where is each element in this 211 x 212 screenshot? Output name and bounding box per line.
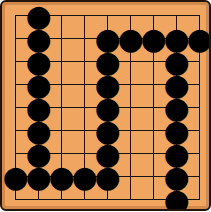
intersection-F2[interactable] xyxy=(119,165,142,188)
black-stone-E2: ● xyxy=(94,162,120,192)
intersection-G1[interactable] xyxy=(142,188,165,211)
intersection-E9[interactable] xyxy=(96,4,119,27)
intersection-B5[interactable]: ● xyxy=(27,96,50,119)
intersection-H5[interactable]: ● xyxy=(165,96,188,119)
black-stone-B4: ● xyxy=(25,116,51,146)
intersection-J1[interactable] xyxy=(188,188,211,211)
intersection-C7[interactable] xyxy=(50,50,73,73)
black-stone-H1: ● xyxy=(163,185,189,212)
intersection-D8[interactable] xyxy=(73,27,96,50)
intersection-B4[interactable]: ● xyxy=(27,119,50,142)
intersection-D7[interactable] xyxy=(73,50,96,73)
intersection-D5[interactable] xyxy=(73,96,96,119)
intersection-A5[interactable] xyxy=(4,96,27,119)
intersection-C9[interactable] xyxy=(50,4,73,27)
intersection-B6[interactable]: ● xyxy=(27,73,50,96)
intersection-G5[interactable] xyxy=(142,96,165,119)
intersection-E1[interactable] xyxy=(96,188,119,211)
black-stone-C2: ● xyxy=(48,162,74,192)
intersection-C5[interactable] xyxy=(50,96,73,119)
black-stone-H2: ● xyxy=(163,162,189,192)
intersection-F8[interactable]: ● xyxy=(119,27,142,50)
intersection-J5[interactable] xyxy=(188,96,211,119)
black-stone-B8: ● xyxy=(25,24,51,54)
intersection-C8[interactable] xyxy=(50,27,73,50)
intersection-H9[interactable] xyxy=(165,4,188,27)
black-stone-E7: ● xyxy=(94,47,120,77)
intersection-D1[interactable] xyxy=(73,188,96,211)
intersection-E2[interactable]: ● xyxy=(96,165,119,188)
intersection-E8[interactable]: ● xyxy=(96,27,119,50)
intersection-E3[interactable]: ● xyxy=(96,142,119,165)
black-stone-H3: ● xyxy=(163,139,189,169)
black-stone-E4: ● xyxy=(94,116,120,146)
black-stone-B7: ● xyxy=(25,47,51,77)
black-stone-J8: ● xyxy=(186,24,211,54)
intersection-E7[interactable]: ● xyxy=(96,50,119,73)
intersection-H7[interactable]: ● xyxy=(165,50,188,73)
go-board: ●●●●●●●●●●●●●●●●●●●●●●●●●●●●● xyxy=(0,0,211,211)
black-stone-E6: ● xyxy=(94,70,120,100)
intersection-C3[interactable] xyxy=(50,142,73,165)
intersection-G9[interactable] xyxy=(142,4,165,27)
black-stone-H6: ● xyxy=(163,70,189,100)
intersection-G7[interactable] xyxy=(142,50,165,73)
intersection-H6[interactable]: ● xyxy=(165,73,188,96)
intersection-E5[interactable]: ● xyxy=(96,96,119,119)
black-stone-D2: ● xyxy=(71,162,97,192)
intersection-C4[interactable] xyxy=(50,119,73,142)
black-stone-G8: ● xyxy=(140,24,166,54)
intersection-A3[interactable] xyxy=(4,142,27,165)
intersection-E6[interactable]: ● xyxy=(96,73,119,96)
black-stone-B6: ● xyxy=(25,70,51,100)
board-grid: ●●●●●●●●●●●●●●●●●●●●●●●●●●●●● xyxy=(4,4,211,211)
intersection-A7[interactable] xyxy=(4,50,27,73)
intersection-H2[interactable]: ● xyxy=(165,165,188,188)
intersection-G2[interactable] xyxy=(142,165,165,188)
intersection-F9[interactable] xyxy=(119,4,142,27)
intersection-A2[interactable]: ● xyxy=(4,165,27,188)
intersection-J7[interactable] xyxy=(188,50,211,73)
intersection-H3[interactable]: ● xyxy=(165,142,188,165)
intersection-J8[interactable]: ● xyxy=(188,27,211,50)
intersection-C1[interactable] xyxy=(50,188,73,211)
intersection-H1[interactable]: ● xyxy=(165,188,188,211)
intersection-G6[interactable] xyxy=(142,73,165,96)
intersection-F3[interactable] xyxy=(119,142,142,165)
black-stone-B9: ● xyxy=(25,1,51,31)
intersection-B7[interactable]: ● xyxy=(27,50,50,73)
intersection-B3[interactable]: ● xyxy=(27,142,50,165)
intersection-J2[interactable] xyxy=(188,165,211,188)
intersection-A9[interactable] xyxy=(4,4,27,27)
intersection-D9[interactable] xyxy=(73,4,96,27)
intersection-B9[interactable]: ● xyxy=(27,4,50,27)
intersection-F5[interactable] xyxy=(119,96,142,119)
intersection-D3[interactable] xyxy=(73,142,96,165)
intersection-A8[interactable] xyxy=(4,27,27,50)
intersection-F7[interactable] xyxy=(119,50,142,73)
intersection-A6[interactable] xyxy=(4,73,27,96)
black-stone-H4: ● xyxy=(163,116,189,146)
black-stone-H7: ● xyxy=(163,47,189,77)
intersection-B2[interactable]: ● xyxy=(27,165,50,188)
black-stone-E8: ● xyxy=(94,24,120,54)
intersection-C2[interactable]: ● xyxy=(50,165,73,188)
intersection-D4[interactable] xyxy=(73,119,96,142)
black-stone-B2: ● xyxy=(25,162,51,192)
intersection-J9[interactable] xyxy=(188,4,211,27)
intersection-A1[interactable] xyxy=(4,188,27,211)
intersection-J3[interactable] xyxy=(188,142,211,165)
intersection-G8[interactable]: ● xyxy=(142,27,165,50)
black-stone-B5: ● xyxy=(25,93,51,123)
black-stone-F8: ● xyxy=(117,24,143,54)
intersection-J4[interactable] xyxy=(188,119,211,142)
intersection-G3[interactable] xyxy=(142,142,165,165)
black-stone-H8: ● xyxy=(163,24,189,54)
intersection-B8[interactable]: ● xyxy=(27,27,50,50)
intersection-D2[interactable]: ● xyxy=(73,165,96,188)
black-stone-E3: ● xyxy=(94,139,120,169)
intersection-H4[interactable]: ● xyxy=(165,119,188,142)
intersection-H8[interactable]: ● xyxy=(165,27,188,50)
intersection-F1[interactable] xyxy=(119,188,142,211)
intersection-G4[interactable] xyxy=(142,119,165,142)
intersection-A4[interactable] xyxy=(4,119,27,142)
black-stone-A2: ● xyxy=(2,162,28,192)
intersection-F4[interactable] xyxy=(119,119,142,142)
intersection-D6[interactable] xyxy=(73,73,96,96)
black-stone-H5: ● xyxy=(163,93,189,123)
black-stone-B3: ● xyxy=(25,139,51,169)
intersection-F6[interactable] xyxy=(119,73,142,96)
intersection-B1[interactable] xyxy=(27,188,50,211)
intersection-J6[interactable] xyxy=(188,73,211,96)
intersection-C6[interactable] xyxy=(50,73,73,96)
black-stone-E5: ● xyxy=(94,93,120,123)
intersection-E4[interactable]: ● xyxy=(96,119,119,142)
